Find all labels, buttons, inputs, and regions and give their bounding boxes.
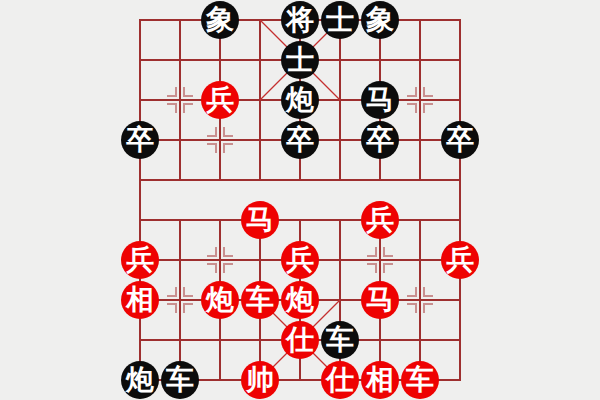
piece-black-pawn[interactable]: 卒: [281, 121, 319, 159]
piece-red-cannon[interactable]: 炮: [281, 281, 319, 319]
piece-black-general[interactable]: 将: [281, 1, 319, 39]
piece-black-elephant[interactable]: 象: [361, 1, 399, 39]
pieces-layer: 象将士象士兵炮马卒卒卒卒马兵兵兵兵相炮车炮马仕车炮车帅仕相车: [120, 0, 480, 400]
piece-red-advisor[interactable]: 仕: [321, 361, 359, 399]
piece-red-advisor[interactable]: 仕: [281, 321, 319, 359]
piece-black-advisor[interactable]: 士: [281, 41, 319, 79]
piece-red-elephant[interactable]: 相: [121, 281, 159, 319]
piece-red-general[interactable]: 帅: [241, 361, 279, 399]
piece-red-horse[interactable]: 马: [361, 281, 399, 319]
piece-black-chariot[interactable]: 车: [161, 361, 199, 399]
xiangqi-board: 象将士象士兵炮马卒卒卒卒马兵兵兵兵相炮车炮马仕车炮车帅仕相车: [0, 0, 600, 400]
piece-red-elephant[interactable]: 相: [361, 361, 399, 399]
piece-black-elephant[interactable]: 象: [201, 1, 239, 39]
piece-red-pawn[interactable]: 兵: [441, 241, 479, 279]
piece-black-pawn[interactable]: 卒: [441, 121, 479, 159]
piece-red-chariot[interactable]: 车: [241, 281, 279, 319]
piece-red-cannon[interactable]: 炮: [201, 281, 239, 319]
piece-red-pawn[interactable]: 兵: [281, 241, 319, 279]
piece-black-pawn[interactable]: 卒: [121, 121, 159, 159]
piece-black-cannon[interactable]: 炮: [121, 361, 159, 399]
piece-black-cannon[interactable]: 炮: [281, 81, 319, 119]
piece-black-horse[interactable]: 马: [361, 81, 399, 119]
piece-red-pawn[interactable]: 兵: [201, 81, 239, 119]
piece-black-chariot[interactable]: 车: [321, 321, 359, 359]
piece-red-pawn[interactable]: 兵: [121, 241, 159, 279]
piece-red-chariot[interactable]: 车: [401, 361, 439, 399]
piece-red-horse[interactable]: 马: [241, 201, 279, 239]
piece-red-pawn[interactable]: 兵: [361, 201, 399, 239]
piece-black-advisor[interactable]: 士: [321, 1, 359, 39]
piece-black-pawn[interactable]: 卒: [361, 121, 399, 159]
